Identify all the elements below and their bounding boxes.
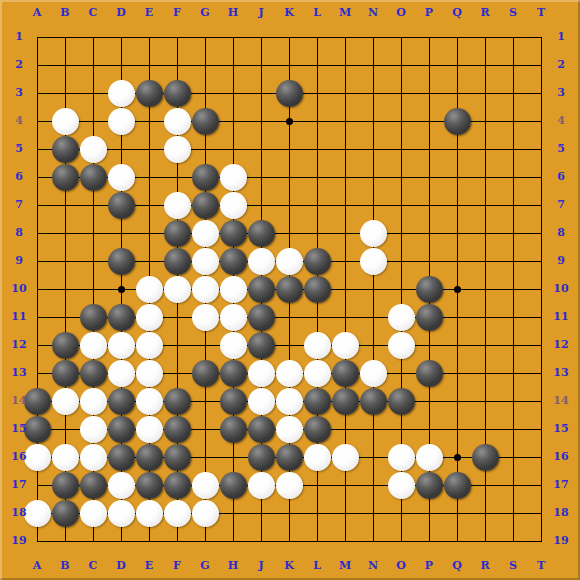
row-label-right-2: 2 — [548, 56, 574, 74]
row-label-right-19: 19 — [548, 532, 574, 550]
white-stone-D12 — [108, 332, 135, 359]
col-label-bottom-K: K — [276, 557, 302, 575]
col-label-bottom-H: H — [220, 557, 246, 575]
star-point-D10 — [118, 286, 125, 293]
row-label-left-14: 14 — [6, 392, 32, 410]
white-stone-G17 — [192, 472, 219, 499]
black-stone-C13 — [80, 360, 107, 387]
row-label-right-11: 11 — [548, 308, 574, 326]
white-stone-H6 — [220, 164, 247, 191]
row-label-right-12: 12 — [548, 336, 574, 354]
black-stone-J16 — [248, 444, 275, 471]
col-label-bottom-J: J — [248, 557, 274, 575]
black-stone-M13 — [332, 360, 359, 387]
col-label-top-F: F — [164, 4, 190, 22]
row-label-right-6: 6 — [548, 168, 574, 186]
col-label-bottom-C: C — [80, 557, 106, 575]
white-stone-F5 — [164, 136, 191, 163]
row-label-right-14: 14 — [548, 392, 574, 410]
col-label-bottom-A: A — [24, 557, 50, 575]
black-stone-F14 — [164, 388, 191, 415]
black-stone-B18 — [52, 500, 79, 527]
white-stone-C12 — [80, 332, 107, 359]
white-stone-J13 — [248, 360, 275, 387]
white-stone-H12 — [220, 332, 247, 359]
black-stone-K10 — [276, 276, 303, 303]
black-stone-J10 — [248, 276, 275, 303]
white-stone-F10 — [164, 276, 191, 303]
white-stone-N8 — [360, 220, 387, 247]
black-stone-E16 — [136, 444, 163, 471]
white-stone-G10 — [192, 276, 219, 303]
black-stone-J15 — [248, 416, 275, 443]
row-label-left-15: 15 — [6, 420, 32, 438]
white-stone-O11 — [388, 304, 415, 331]
col-label-top-S: S — [500, 4, 526, 22]
black-stone-H15 — [220, 416, 247, 443]
black-stone-B6 — [52, 164, 79, 191]
white-stone-F7 — [164, 192, 191, 219]
white-stone-D17 — [108, 472, 135, 499]
row-label-left-6: 6 — [6, 168, 32, 186]
white-stone-K13 — [276, 360, 303, 387]
row-label-right-18: 18 — [548, 504, 574, 522]
white-stone-G9 — [192, 248, 219, 275]
white-stone-E11 — [136, 304, 163, 331]
black-stone-L14 — [304, 388, 331, 415]
white-stone-K15 — [276, 416, 303, 443]
black-stone-J12 — [248, 332, 275, 359]
black-stone-E17 — [136, 472, 163, 499]
white-stone-H7 — [220, 192, 247, 219]
row-label-right-13: 13 — [548, 364, 574, 382]
black-stone-G6 — [192, 164, 219, 191]
white-stone-M16 — [332, 444, 359, 471]
black-stone-H8 — [220, 220, 247, 247]
black-stone-B5 — [52, 136, 79, 163]
black-stone-Q17 — [444, 472, 471, 499]
white-stone-K9 — [276, 248, 303, 275]
col-label-top-D: D — [108, 4, 134, 22]
col-label-bottom-E: E — [136, 557, 162, 575]
white-stone-D18 — [108, 500, 135, 527]
col-label-top-R: R — [472, 4, 498, 22]
white-stone-H10 — [220, 276, 247, 303]
white-stone-L12 — [304, 332, 331, 359]
black-stone-P17 — [416, 472, 443, 499]
row-label-left-5: 5 — [6, 140, 32, 158]
black-stone-F17 — [164, 472, 191, 499]
col-label-bottom-O: O — [388, 557, 414, 575]
black-stone-L15 — [304, 416, 331, 443]
row-label-left-18: 18 — [6, 504, 32, 522]
black-stone-R16 — [472, 444, 499, 471]
black-stone-F3 — [164, 80, 191, 107]
black-stone-K16 — [276, 444, 303, 471]
col-label-bottom-M: M — [332, 557, 358, 575]
star-point-K4 — [286, 118, 293, 125]
white-stone-E14 — [136, 388, 163, 415]
row-label-left-1: 1 — [6, 28, 32, 46]
white-stone-O12 — [388, 332, 415, 359]
black-stone-M14 — [332, 388, 359, 415]
white-stone-P16 — [416, 444, 443, 471]
black-stone-D7 — [108, 192, 135, 219]
row-label-right-16: 16 — [548, 448, 574, 466]
black-stone-J8 — [248, 220, 275, 247]
white-stone-G18 — [192, 500, 219, 527]
row-label-left-16: 16 — [6, 448, 32, 466]
col-label-top-O: O — [388, 4, 414, 22]
col-label-top-P: P — [416, 4, 442, 22]
white-stone-F18 — [164, 500, 191, 527]
col-label-top-L: L — [304, 4, 330, 22]
star-point-Q16 — [454, 454, 461, 461]
white-stone-J9 — [248, 248, 275, 275]
black-stone-F16 — [164, 444, 191, 471]
row-label-left-13: 13 — [6, 364, 32, 382]
row-label-left-19: 19 — [6, 532, 32, 550]
row-label-right-17: 17 — [548, 476, 574, 494]
black-stone-P10 — [416, 276, 443, 303]
row-label-left-10: 10 — [6, 280, 32, 298]
white-stone-C14 — [80, 388, 107, 415]
row-label-left-8: 8 — [6, 224, 32, 242]
white-stone-J17 — [248, 472, 275, 499]
black-stone-G4 — [192, 108, 219, 135]
row-label-left-12: 12 — [6, 336, 32, 354]
col-label-bottom-N: N — [360, 557, 386, 575]
white-stone-O16 — [388, 444, 415, 471]
white-stone-B14 — [52, 388, 79, 415]
black-stone-C11 — [80, 304, 107, 331]
white-stone-E10 — [136, 276, 163, 303]
row-label-left-11: 11 — [6, 308, 32, 326]
white-stone-D13 — [108, 360, 135, 387]
black-stone-P13 — [416, 360, 443, 387]
go-board[interactable]: AABBCCDDEEFFGGHHJJKKLLMMNNOOPPQQRRSSTT11… — [0, 0, 580, 580]
black-stone-H14 — [220, 388, 247, 415]
black-stone-H17 — [220, 472, 247, 499]
row-label-right-15: 15 — [548, 420, 574, 438]
row-label-right-1: 1 — [548, 28, 574, 46]
col-label-top-T: T — [528, 4, 554, 22]
white-stone-J14 — [248, 388, 275, 415]
black-stone-L10 — [304, 276, 331, 303]
star-point-Q10 — [454, 286, 461, 293]
black-stone-E3 — [136, 80, 163, 107]
black-stone-H9 — [220, 248, 247, 275]
col-label-top-M: M — [332, 4, 358, 22]
black-stone-J11 — [248, 304, 275, 331]
row-label-right-3: 3 — [548, 84, 574, 102]
white-stone-C5 — [80, 136, 107, 163]
white-stone-O17 — [388, 472, 415, 499]
white-stone-C18 — [80, 500, 107, 527]
white-stone-L13 — [304, 360, 331, 387]
black-stone-F15 — [164, 416, 191, 443]
white-stone-D3 — [108, 80, 135, 107]
white-stone-D4 — [108, 108, 135, 135]
row-label-right-7: 7 — [548, 196, 574, 214]
black-stone-B17 — [52, 472, 79, 499]
black-stone-Q4 — [444, 108, 471, 135]
white-stone-B16 — [52, 444, 79, 471]
row-label-left-4: 4 — [6, 112, 32, 130]
black-stone-N14 — [360, 388, 387, 415]
white-stone-L16 — [304, 444, 331, 471]
white-stone-M12 — [332, 332, 359, 359]
white-stone-H11 — [220, 304, 247, 331]
white-stone-E12 — [136, 332, 163, 359]
col-label-bottom-F: F — [164, 557, 190, 575]
black-stone-F8 — [164, 220, 191, 247]
row-label-left-3: 3 — [6, 84, 32, 102]
black-stone-G7 — [192, 192, 219, 219]
white-stone-C16 — [80, 444, 107, 471]
col-label-top-B: B — [52, 4, 78, 22]
white-stone-C15 — [80, 416, 107, 443]
row-label-left-2: 2 — [6, 56, 32, 74]
row-label-left-9: 9 — [6, 252, 32, 270]
white-stone-D6 — [108, 164, 135, 191]
black-stone-B12 — [52, 332, 79, 359]
black-stone-C6 — [80, 164, 107, 191]
col-label-bottom-G: G — [192, 557, 218, 575]
black-stone-D16 — [108, 444, 135, 471]
col-label-bottom-S: S — [500, 557, 526, 575]
col-label-bottom-P: P — [416, 557, 442, 575]
row-label-left-7: 7 — [6, 196, 32, 214]
white-stone-G8 — [192, 220, 219, 247]
col-label-top-C: C — [80, 4, 106, 22]
col-label-top-Q: Q — [444, 4, 470, 22]
col-label-bottom-D: D — [108, 557, 134, 575]
col-label-bottom-B: B — [52, 557, 78, 575]
white-stone-N13 — [360, 360, 387, 387]
white-stone-N9 — [360, 248, 387, 275]
black-stone-P11 — [416, 304, 443, 331]
col-label-top-J: J — [248, 4, 274, 22]
white-stone-E18 — [136, 500, 163, 527]
white-stone-E15 — [136, 416, 163, 443]
col-label-top-H: H — [220, 4, 246, 22]
row-label-right-5: 5 — [548, 140, 574, 158]
black-stone-O14 — [388, 388, 415, 415]
row-label-right-4: 4 — [548, 112, 574, 130]
white-stone-G11 — [192, 304, 219, 331]
col-label-bottom-R: R — [472, 557, 498, 575]
col-label-top-A: A — [24, 4, 50, 22]
black-stone-H13 — [220, 360, 247, 387]
col-label-bottom-Q: Q — [444, 557, 470, 575]
col-label-top-N: N — [360, 4, 386, 22]
row-label-right-10: 10 — [548, 280, 574, 298]
black-stone-D14 — [108, 388, 135, 415]
black-stone-D11 — [108, 304, 135, 331]
white-stone-E13 — [136, 360, 163, 387]
black-stone-G13 — [192, 360, 219, 387]
row-label-right-8: 8 — [548, 224, 574, 242]
black-stone-C17 — [80, 472, 107, 499]
col-label-bottom-L: L — [304, 557, 330, 575]
white-stone-K14 — [276, 388, 303, 415]
white-stone-K17 — [276, 472, 303, 499]
black-stone-L9 — [304, 248, 331, 275]
black-stone-F9 — [164, 248, 191, 275]
black-stone-K3 — [276, 80, 303, 107]
black-stone-B13 — [52, 360, 79, 387]
col-label-top-E: E — [136, 4, 162, 22]
col-label-top-K: K — [276, 4, 302, 22]
col-label-top-G: G — [192, 4, 218, 22]
black-stone-D9 — [108, 248, 135, 275]
white-stone-B4 — [52, 108, 79, 135]
col-label-bottom-T: T — [528, 557, 554, 575]
white-stone-F4 — [164, 108, 191, 135]
row-label-left-17: 17 — [6, 476, 32, 494]
black-stone-D15 — [108, 416, 135, 443]
row-label-right-9: 9 — [548, 252, 574, 270]
